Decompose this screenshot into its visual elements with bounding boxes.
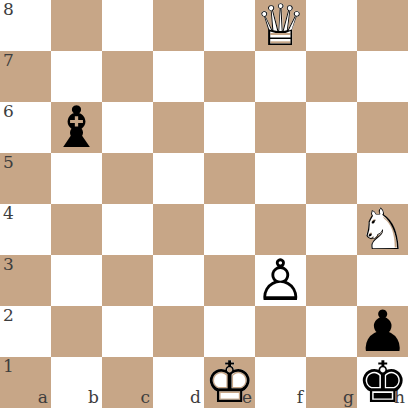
square-b4[interactable] xyxy=(51,204,102,255)
square-a8[interactable]: 8 xyxy=(0,0,51,51)
square-c6[interactable] xyxy=(102,102,153,153)
file-label-a: a xyxy=(38,389,48,406)
square-e5[interactable] xyxy=(204,153,255,204)
square-e4[interactable] xyxy=(204,204,255,255)
square-f7[interactable] xyxy=(255,51,306,102)
rank-label-5: 5 xyxy=(3,154,14,171)
file-label-g: g xyxy=(343,389,354,406)
square-f6[interactable] xyxy=(255,102,306,153)
square-g8[interactable] xyxy=(306,0,357,51)
square-a7[interactable]: 7 xyxy=(0,51,51,102)
square-b2[interactable] xyxy=(51,306,102,357)
square-a2[interactable]: 2 xyxy=(0,306,51,357)
square-b8[interactable] xyxy=(51,0,102,51)
square-h4[interactable]: ♘ xyxy=(357,204,408,255)
square-b5[interactable] xyxy=(51,153,102,204)
square-a4[interactable]: 4 xyxy=(0,204,51,255)
square-h8[interactable] xyxy=(357,0,408,51)
square-d1[interactable]: d xyxy=(153,357,204,408)
rank-label-4: 4 xyxy=(3,205,14,222)
square-d5[interactable] xyxy=(153,153,204,204)
square-e7[interactable] xyxy=(204,51,255,102)
square-c8[interactable] xyxy=(102,0,153,51)
square-a3[interactable]: 3 xyxy=(0,255,51,306)
square-a5[interactable]: 5 xyxy=(0,153,51,204)
square-d3[interactable] xyxy=(153,255,204,306)
square-f5[interactable] xyxy=(255,153,306,204)
square-c7[interactable] xyxy=(102,51,153,102)
square-c1[interactable]: c xyxy=(102,357,153,408)
white-knight[interactable]: ♘ xyxy=(357,204,408,255)
square-h6[interactable] xyxy=(357,102,408,153)
square-e1[interactable]: e♔ xyxy=(204,357,255,408)
square-a6[interactable]: 6 xyxy=(0,102,51,153)
square-g6[interactable] xyxy=(306,102,357,153)
square-g2[interactable] xyxy=(306,306,357,357)
square-f3[interactable]: ♙ xyxy=(255,255,306,306)
square-f8[interactable]: ♕ xyxy=(255,0,306,51)
square-c3[interactable] xyxy=(102,255,153,306)
file-label-b: b xyxy=(88,389,99,406)
square-g5[interactable] xyxy=(306,153,357,204)
square-g4[interactable] xyxy=(306,204,357,255)
file-label-f: f xyxy=(297,389,303,406)
rank-label-7: 7 xyxy=(3,52,14,69)
square-b6[interactable]: ♝ xyxy=(51,102,102,153)
square-f1[interactable]: f xyxy=(255,357,306,408)
rank-label-2: 2 xyxy=(3,307,14,324)
square-h7[interactable] xyxy=(357,51,408,102)
black-king[interactable]: ♚ xyxy=(357,357,408,408)
square-g1[interactable]: g xyxy=(306,357,357,408)
square-g3[interactable] xyxy=(306,255,357,306)
square-e8[interactable] xyxy=(204,0,255,51)
square-e3[interactable] xyxy=(204,255,255,306)
file-label-d: d xyxy=(190,389,201,406)
square-d7[interactable] xyxy=(153,51,204,102)
square-d2[interactable] xyxy=(153,306,204,357)
rank-label-8: 8 xyxy=(3,1,14,18)
square-f2[interactable] xyxy=(255,306,306,357)
square-c5[interactable] xyxy=(102,153,153,204)
square-c2[interactable] xyxy=(102,306,153,357)
square-e6[interactable] xyxy=(204,102,255,153)
rank-label-1: 1 xyxy=(3,358,14,375)
square-c4[interactable] xyxy=(102,204,153,255)
black-bishop[interactable]: ♝ xyxy=(51,102,102,153)
square-b3[interactable] xyxy=(51,255,102,306)
square-b1[interactable]: b xyxy=(51,357,102,408)
chess-board: 8♕76♝54♘3♙2♟1abcde♔fgh♚ xyxy=(0,0,408,408)
square-d4[interactable] xyxy=(153,204,204,255)
file-label-c: c xyxy=(140,389,150,406)
square-d8[interactable] xyxy=(153,0,204,51)
rank-label-3: 3 xyxy=(3,256,14,273)
square-d6[interactable] xyxy=(153,102,204,153)
square-a1[interactable]: 1a xyxy=(0,357,51,408)
white-queen[interactable]: ♕ xyxy=(255,0,306,51)
square-h1[interactable]: h♚ xyxy=(357,357,408,408)
rank-label-6: 6 xyxy=(3,103,14,120)
white-pawn[interactable]: ♙ xyxy=(255,255,306,306)
white-king[interactable]: ♔ xyxy=(204,357,255,408)
square-g7[interactable] xyxy=(306,51,357,102)
